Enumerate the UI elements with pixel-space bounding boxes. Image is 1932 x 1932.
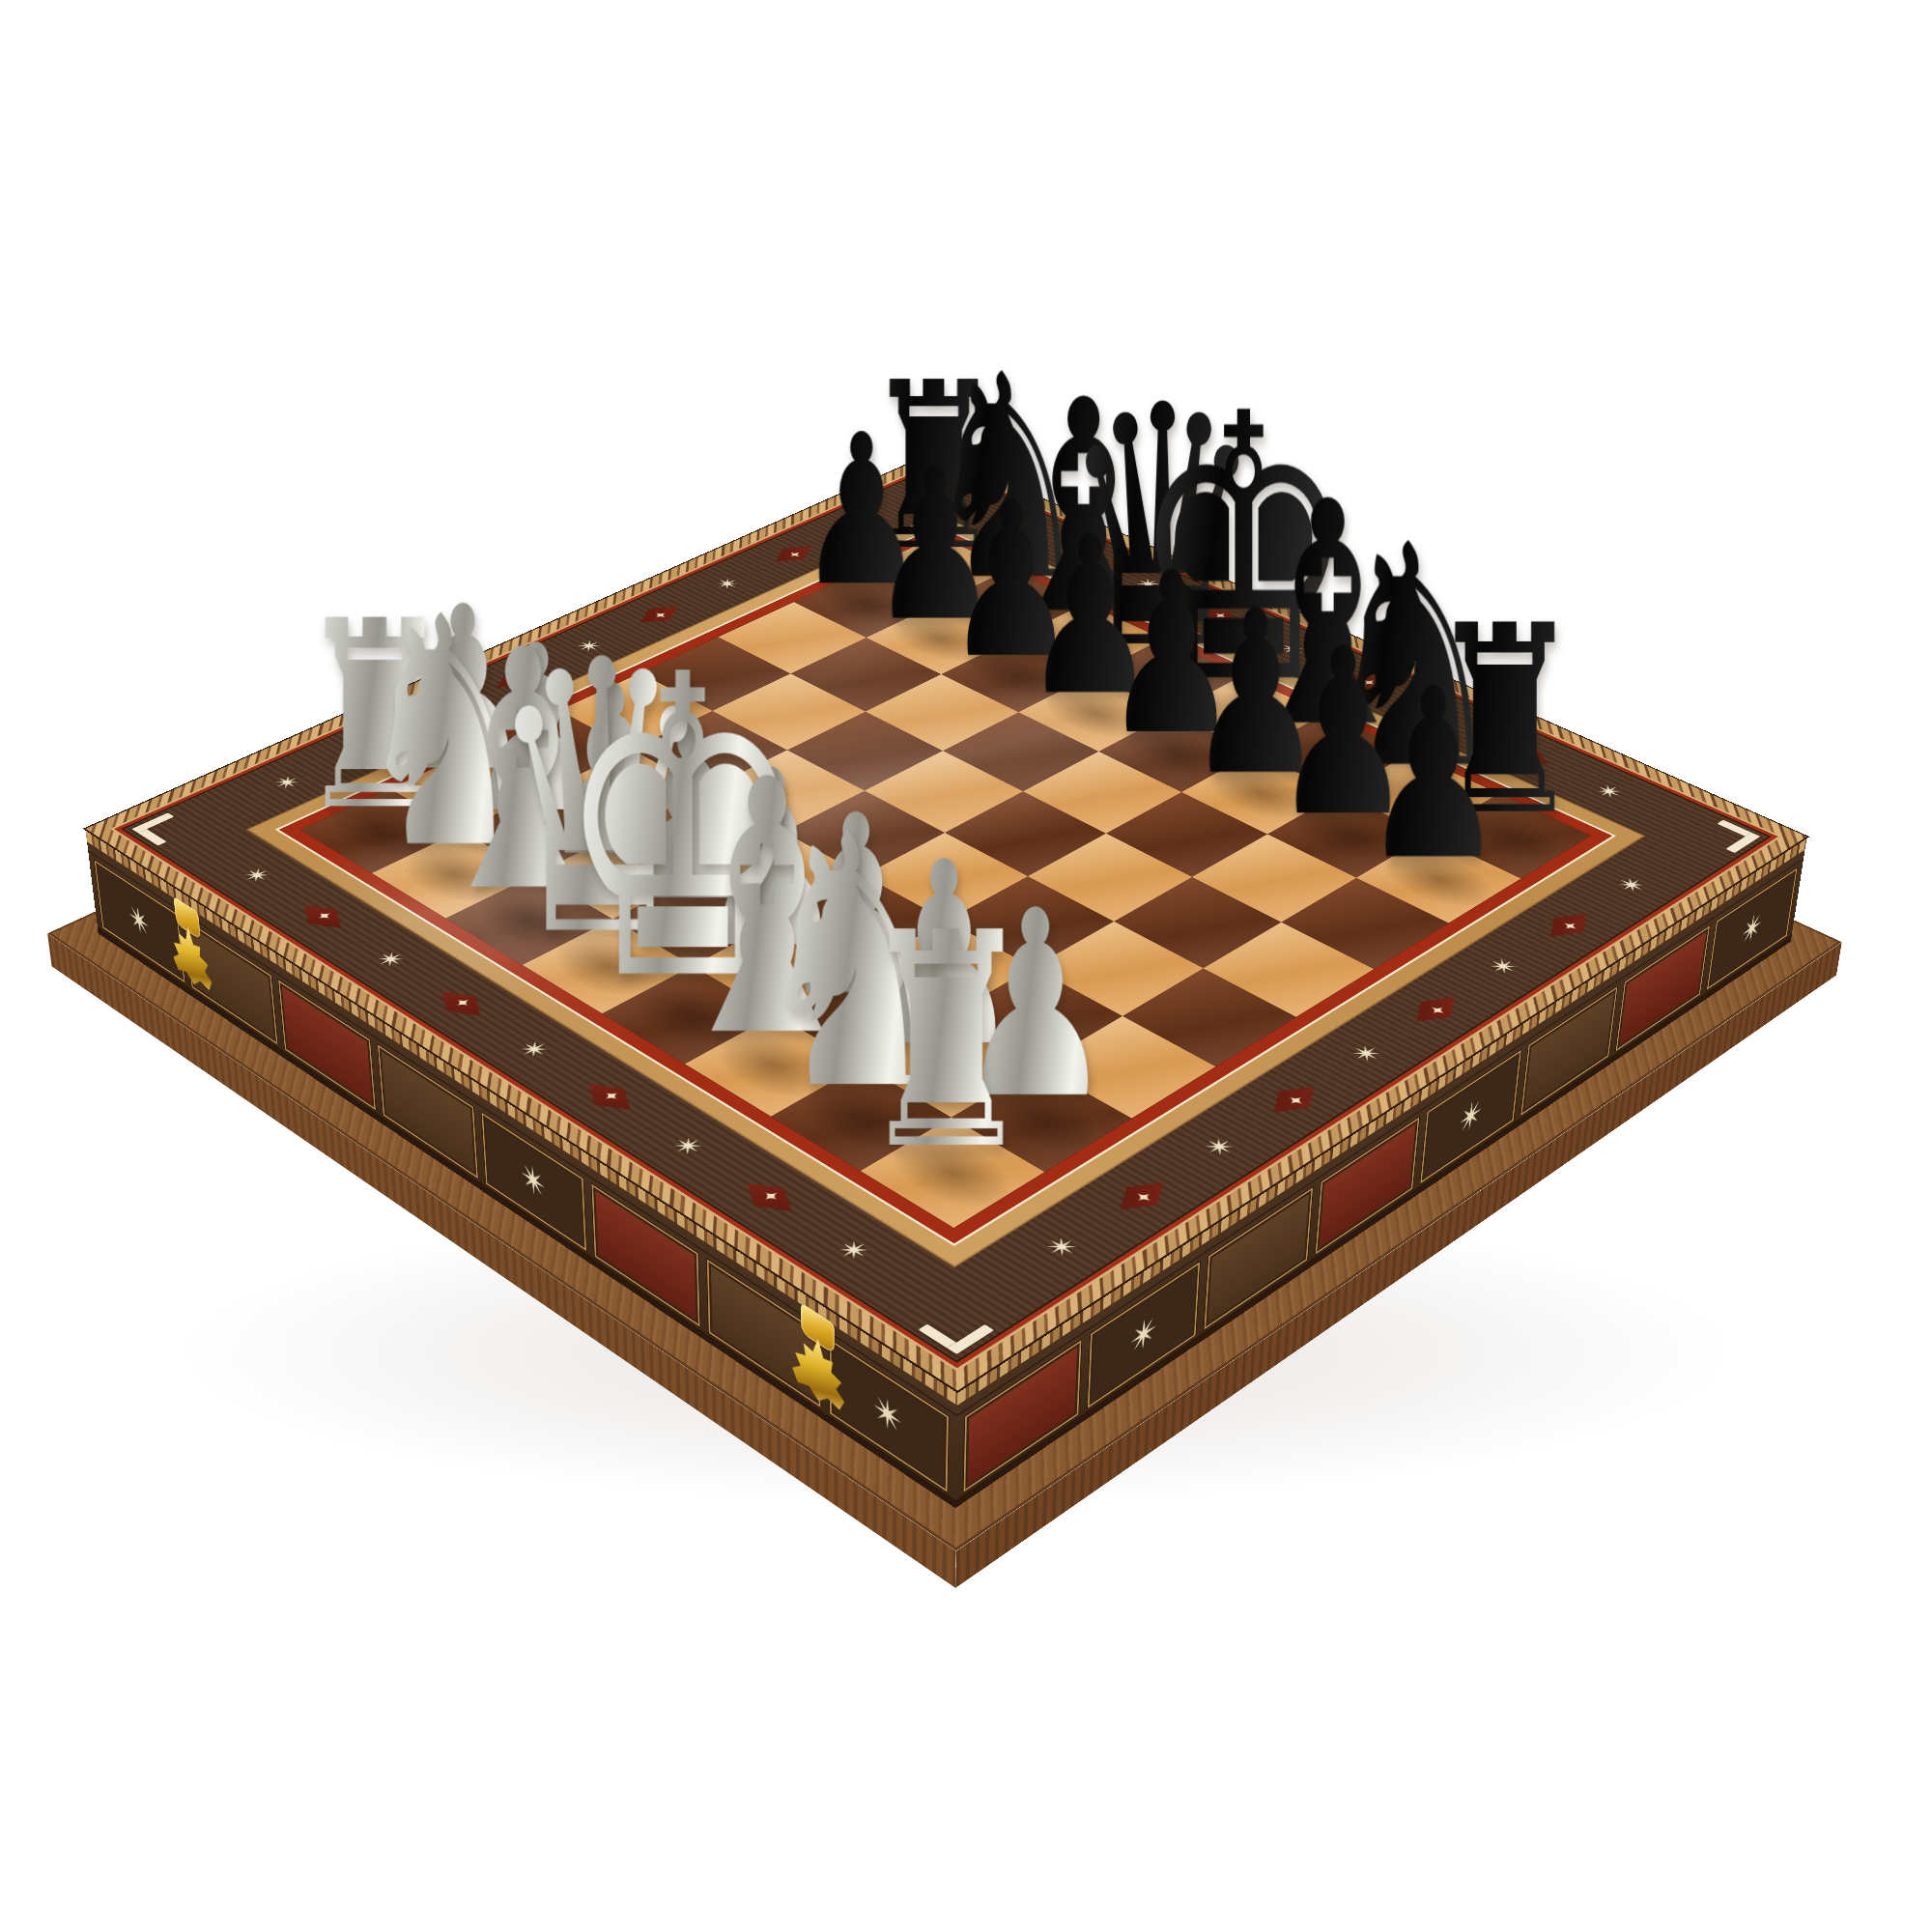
diamond-inlay-icon <box>1051 540 1108 566</box>
star-inlay-icon: ✴ <box>1426 708 1466 728</box>
star-inlay-icon: ✴ <box>1481 954 1525 980</box>
diamond-inlay-icon <box>1105 1174 1179 1218</box>
diamond-inlay-icon <box>291 898 355 935</box>
diamond-inlay-icon <box>1189 602 1249 630</box>
star-inlay-icon: ✴ <box>266 772 308 793</box>
star-inlay-icon: ✴ <box>1343 1040 1389 1067</box>
diamond-inlay-icon <box>1403 990 1469 1029</box>
diamond-inlay-icon <box>732 1175 806 1220</box>
star-inlay-icon: ✴ <box>708 575 747 593</box>
diamond-inlay-icon <box>1494 738 1558 770</box>
star-inlay-icon: ✴ <box>994 515 1031 532</box>
star-inlay-icon: ✴ <box>1588 781 1630 802</box>
product-photo-scene: ✴✴✴✴✴✴✴✴✴✴✴✴✴✴✴✴✴✴✴✴ ✴✴✴ ✴✴✴ ♜♞♝♛♚♝♞♜♟♟♟… <box>0 0 1932 1932</box>
star-inlay-icon: ✴ <box>1195 1132 1243 1161</box>
star-inlay-icon: ✴ <box>829 1235 879 1265</box>
star-inlay-icon: ✴ <box>368 947 413 972</box>
star-inlay-icon: ✴ <box>1610 873 1654 896</box>
star-inlay-icon: ✴ <box>569 637 609 656</box>
diamond-inlay-icon <box>765 541 822 567</box>
diamond-inlay-icon <box>1536 907 1601 944</box>
star-inlay-icon: ✴ <box>839 516 877 533</box>
diamond-inlay-icon <box>334 731 398 762</box>
star-inlay-icon: ✴ <box>1273 639 1313 659</box>
star-inlay-icon: ✴ <box>422 702 463 723</box>
star-inlay-icon: ✴ <box>235 864 278 887</box>
diamond-inlay-icon <box>575 1076 645 1118</box>
star-inlay-icon: ✴ <box>511 1037 557 1064</box>
diamond-inlay-icon <box>1337 668 1399 698</box>
diamond-inlay-icon <box>486 664 547 694</box>
diamond-inlay-icon <box>1259 1079 1328 1121</box>
star-inlay-icon: ✴ <box>1129 575 1167 593</box>
star-inlay-icon: ✴ <box>664 1132 712 1161</box>
diamond-inlay-icon <box>630 601 689 629</box>
